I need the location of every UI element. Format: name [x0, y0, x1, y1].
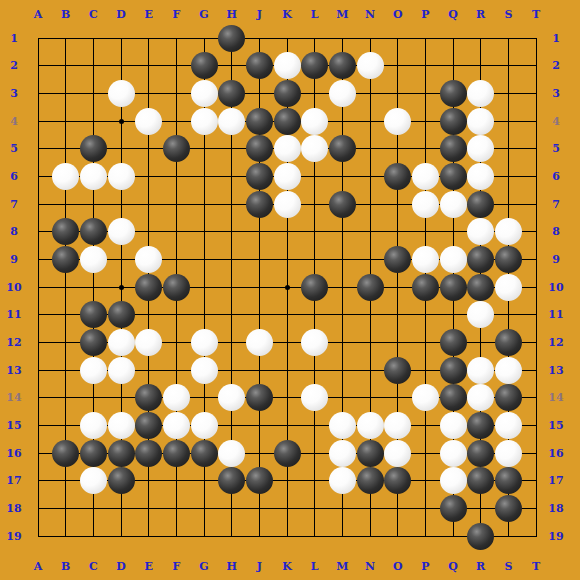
cell-S3[interactable]	[495, 80, 523, 108]
cell-T17[interactable]	[522, 467, 550, 495]
cell-K14[interactable]	[273, 384, 301, 412]
cell-F5[interactable]	[163, 135, 191, 163]
cell-A10[interactable]	[24, 273, 52, 301]
cell-M9[interactable]	[329, 246, 357, 274]
cell-M4[interactable]	[329, 107, 357, 135]
cell-P17[interactable]	[412, 467, 440, 495]
cell-L14[interactable]	[301, 384, 329, 412]
cell-D10[interactable]	[107, 273, 135, 301]
cell-J11[interactable]	[246, 301, 274, 329]
cell-M12[interactable]	[329, 329, 357, 357]
cell-G13[interactable]	[190, 356, 218, 384]
cell-J13[interactable]	[246, 356, 274, 384]
cell-K11[interactable]	[273, 301, 301, 329]
cell-N1[interactable]	[356, 24, 384, 52]
cell-K19[interactable]	[273, 522, 301, 550]
cell-D9[interactable]	[107, 246, 135, 274]
cell-A11[interactable]	[24, 301, 52, 329]
cell-L2[interactable]	[301, 52, 329, 80]
cell-F9[interactable]	[163, 246, 191, 274]
cell-E13[interactable]	[135, 356, 163, 384]
cell-A18[interactable]	[24, 495, 52, 523]
cell-S15[interactable]	[495, 412, 523, 440]
cell-Q13[interactable]	[439, 356, 467, 384]
cell-R12[interactable]	[467, 329, 495, 357]
cell-C15[interactable]	[80, 412, 108, 440]
cell-L12[interactable]	[301, 329, 329, 357]
cell-J6[interactable]	[246, 163, 274, 191]
cell-J4[interactable]	[246, 107, 274, 135]
cell-R13[interactable]	[467, 356, 495, 384]
cell-T8[interactable]	[522, 218, 550, 246]
cell-D7[interactable]	[107, 190, 135, 218]
cell-G6[interactable]	[190, 163, 218, 191]
cell-O16[interactable]	[384, 439, 412, 467]
cell-Q19[interactable]	[439, 522, 467, 550]
cell-G8[interactable]	[190, 218, 218, 246]
cell-G9[interactable]	[190, 246, 218, 274]
cell-K8[interactable]	[273, 218, 301, 246]
cell-A6[interactable]	[24, 163, 52, 191]
cell-L15[interactable]	[301, 412, 329, 440]
cell-G17[interactable]	[190, 467, 218, 495]
cell-N17[interactable]	[356, 467, 384, 495]
cell-E12[interactable]	[135, 329, 163, 357]
cell-A4[interactable]	[24, 107, 52, 135]
cell-B6[interactable]	[52, 163, 80, 191]
cell-T1[interactable]	[522, 24, 550, 52]
cell-E17[interactable]	[135, 467, 163, 495]
cell-M17[interactable]	[329, 467, 357, 495]
cell-D17[interactable]	[107, 467, 135, 495]
cell-M11[interactable]	[329, 301, 357, 329]
cell-D16[interactable]	[107, 439, 135, 467]
cell-G12[interactable]	[190, 329, 218, 357]
cell-M3[interactable]	[329, 80, 357, 108]
cell-N7[interactable]	[356, 190, 384, 218]
cell-M18[interactable]	[329, 495, 357, 523]
cell-O11[interactable]	[384, 301, 412, 329]
cell-E9[interactable]	[135, 246, 163, 274]
cell-A17[interactable]	[24, 467, 52, 495]
cell-S6[interactable]	[495, 163, 523, 191]
cell-N5[interactable]	[356, 135, 384, 163]
cell-Q9[interactable]	[439, 246, 467, 274]
cell-M13[interactable]	[329, 356, 357, 384]
cell-M8[interactable]	[329, 218, 357, 246]
cell-P2[interactable]	[412, 52, 440, 80]
cell-C2[interactable]	[80, 52, 108, 80]
cell-F1[interactable]	[163, 24, 191, 52]
cell-C6[interactable]	[80, 163, 108, 191]
cell-E15[interactable]	[135, 412, 163, 440]
cell-G3[interactable]	[190, 80, 218, 108]
cell-S9[interactable]	[495, 246, 523, 274]
cell-A5[interactable]	[24, 135, 52, 163]
cell-T4[interactable]	[522, 107, 550, 135]
cell-L4[interactable]	[301, 107, 329, 135]
cell-M19[interactable]	[329, 522, 357, 550]
cell-N14[interactable]	[356, 384, 384, 412]
cell-L8[interactable]	[301, 218, 329, 246]
cell-M2[interactable]	[329, 52, 357, 80]
cell-S7[interactable]	[495, 190, 523, 218]
cell-F10[interactable]	[163, 273, 191, 301]
cell-Q14[interactable]	[439, 384, 467, 412]
cell-N19[interactable]	[356, 522, 384, 550]
cell-F7[interactable]	[163, 190, 191, 218]
cell-J9[interactable]	[246, 246, 274, 274]
cell-Q11[interactable]	[439, 301, 467, 329]
cell-F13[interactable]	[163, 356, 191, 384]
cell-N13[interactable]	[356, 356, 384, 384]
cell-L5[interactable]	[301, 135, 329, 163]
cell-R10[interactable]	[467, 273, 495, 301]
cell-K5[interactable]	[273, 135, 301, 163]
cell-A9[interactable]	[24, 246, 52, 274]
cell-P1[interactable]	[412, 24, 440, 52]
cell-H3[interactable]	[218, 80, 246, 108]
cell-G7[interactable]	[190, 190, 218, 218]
cell-N11[interactable]	[356, 301, 384, 329]
cell-B10[interactable]	[52, 273, 80, 301]
cell-C19[interactable]	[80, 522, 108, 550]
cell-R2[interactable]	[467, 52, 495, 80]
cell-R5[interactable]	[467, 135, 495, 163]
cell-P11[interactable]	[412, 301, 440, 329]
cell-H6[interactable]	[218, 163, 246, 191]
cell-E1[interactable]	[135, 24, 163, 52]
cell-O18[interactable]	[384, 495, 412, 523]
cell-N10[interactable]	[356, 273, 384, 301]
cell-D4[interactable]	[107, 107, 135, 135]
cell-C5[interactable]	[80, 135, 108, 163]
cell-G11[interactable]	[190, 301, 218, 329]
cell-T10[interactable]	[522, 273, 550, 301]
cell-B1[interactable]	[52, 24, 80, 52]
cell-J3[interactable]	[246, 80, 274, 108]
cell-B7[interactable]	[52, 190, 80, 218]
cell-N12[interactable]	[356, 329, 384, 357]
cell-F8[interactable]	[163, 218, 191, 246]
cell-L18[interactable]	[301, 495, 329, 523]
cell-B5[interactable]	[52, 135, 80, 163]
cell-Q17[interactable]	[439, 467, 467, 495]
cell-C3[interactable]	[80, 80, 108, 108]
cell-K18[interactable]	[273, 495, 301, 523]
cell-N4[interactable]	[356, 107, 384, 135]
cell-Q10[interactable]	[439, 273, 467, 301]
cell-L7[interactable]	[301, 190, 329, 218]
cell-T11[interactable]	[522, 301, 550, 329]
cell-O13[interactable]	[384, 356, 412, 384]
cell-B14[interactable]	[52, 384, 80, 412]
cell-J7[interactable]	[246, 190, 274, 218]
cell-Q3[interactable]	[439, 80, 467, 108]
cell-L11[interactable]	[301, 301, 329, 329]
cell-N16[interactable]	[356, 439, 384, 467]
cell-T7[interactable]	[522, 190, 550, 218]
cell-Q6[interactable]	[439, 163, 467, 191]
cell-S16[interactable]	[495, 439, 523, 467]
cell-J10[interactable]	[246, 273, 274, 301]
cell-S11[interactable]	[495, 301, 523, 329]
cell-T14[interactable]	[522, 384, 550, 412]
cell-G16[interactable]	[190, 439, 218, 467]
cell-M1[interactable]	[329, 24, 357, 52]
cell-O17[interactable]	[384, 467, 412, 495]
cell-O4[interactable]	[384, 107, 412, 135]
cell-A13[interactable]	[24, 356, 52, 384]
cell-E3[interactable]	[135, 80, 163, 108]
cell-R9[interactable]	[467, 246, 495, 274]
cell-K4[interactable]	[273, 107, 301, 135]
cell-A14[interactable]	[24, 384, 52, 412]
cell-T9[interactable]	[522, 246, 550, 274]
cell-T15[interactable]	[522, 412, 550, 440]
cell-O14[interactable]	[384, 384, 412, 412]
cell-Q1[interactable]	[439, 24, 467, 52]
cell-B16[interactable]	[52, 439, 80, 467]
cell-Q16[interactable]	[439, 439, 467, 467]
cell-F14[interactable]	[163, 384, 191, 412]
cell-T5[interactable]	[522, 135, 550, 163]
cell-S13[interactable]	[495, 356, 523, 384]
cell-N18[interactable]	[356, 495, 384, 523]
cell-P12[interactable]	[412, 329, 440, 357]
cell-G18[interactable]	[190, 495, 218, 523]
cell-O9[interactable]	[384, 246, 412, 274]
cell-J18[interactable]	[246, 495, 274, 523]
cell-F18[interactable]	[163, 495, 191, 523]
cell-A2[interactable]	[24, 52, 52, 80]
cell-E19[interactable]	[135, 522, 163, 550]
cell-Q7[interactable]	[439, 190, 467, 218]
cell-F3[interactable]	[163, 80, 191, 108]
cell-C13[interactable]	[80, 356, 108, 384]
cell-Q18[interactable]	[439, 495, 467, 523]
cell-S1[interactable]	[495, 24, 523, 52]
cell-H2[interactable]	[218, 52, 246, 80]
cell-H14[interactable]	[218, 384, 246, 412]
cell-R4[interactable]	[467, 107, 495, 135]
cell-N9[interactable]	[356, 246, 384, 274]
cell-P15[interactable]	[412, 412, 440, 440]
cell-F12[interactable]	[163, 329, 191, 357]
cell-T19[interactable]	[522, 522, 550, 550]
cell-K1[interactable]	[273, 24, 301, 52]
cell-S18[interactable]	[495, 495, 523, 523]
cell-F11[interactable]	[163, 301, 191, 329]
cell-K17[interactable]	[273, 467, 301, 495]
cell-L1[interactable]	[301, 24, 329, 52]
cell-O6[interactable]	[384, 163, 412, 191]
cell-E16[interactable]	[135, 439, 163, 467]
cell-M14[interactable]	[329, 384, 357, 412]
cell-F19[interactable]	[163, 522, 191, 550]
cell-B4[interactable]	[52, 107, 80, 135]
cell-J2[interactable]	[246, 52, 274, 80]
cell-J1[interactable]	[246, 24, 274, 52]
cell-A19[interactable]	[24, 522, 52, 550]
cell-H8[interactable]	[218, 218, 246, 246]
cell-O7[interactable]	[384, 190, 412, 218]
cell-M10[interactable]	[329, 273, 357, 301]
cell-K6[interactable]	[273, 163, 301, 191]
cell-S10[interactable]	[495, 273, 523, 301]
cell-P9[interactable]	[412, 246, 440, 274]
cell-L9[interactable]	[301, 246, 329, 274]
cell-J19[interactable]	[246, 522, 274, 550]
cell-R7[interactable]	[467, 190, 495, 218]
cell-K13[interactable]	[273, 356, 301, 384]
cell-M6[interactable]	[329, 163, 357, 191]
cell-G4[interactable]	[190, 107, 218, 135]
cell-J14[interactable]	[246, 384, 274, 412]
cell-S2[interactable]	[495, 52, 523, 80]
cell-R19[interactable]	[467, 522, 495, 550]
cell-D8[interactable]	[107, 218, 135, 246]
cell-C7[interactable]	[80, 190, 108, 218]
cell-D18[interactable]	[107, 495, 135, 523]
cell-H11[interactable]	[218, 301, 246, 329]
cell-C12[interactable]	[80, 329, 108, 357]
cell-J12[interactable]	[246, 329, 274, 357]
cell-N3[interactable]	[356, 80, 384, 108]
cell-L6[interactable]	[301, 163, 329, 191]
cell-E6[interactable]	[135, 163, 163, 191]
cell-T2[interactable]	[522, 52, 550, 80]
cell-K10[interactable]	[273, 273, 301, 301]
cell-R3[interactable]	[467, 80, 495, 108]
cell-E7[interactable]	[135, 190, 163, 218]
cell-L3[interactable]	[301, 80, 329, 108]
cell-S4[interactable]	[495, 107, 523, 135]
cell-D13[interactable]	[107, 356, 135, 384]
cell-O8[interactable]	[384, 218, 412, 246]
cell-Q4[interactable]	[439, 107, 467, 135]
cell-O10[interactable]	[384, 273, 412, 301]
cell-J8[interactable]	[246, 218, 274, 246]
cell-K9[interactable]	[273, 246, 301, 274]
cell-A15[interactable]	[24, 412, 52, 440]
cell-F4[interactable]	[163, 107, 191, 135]
cell-O12[interactable]	[384, 329, 412, 357]
cell-E18[interactable]	[135, 495, 163, 523]
cell-O19[interactable]	[384, 522, 412, 550]
cell-L17[interactable]	[301, 467, 329, 495]
cell-J5[interactable]	[246, 135, 274, 163]
cell-E14[interactable]	[135, 384, 163, 412]
cell-P4[interactable]	[412, 107, 440, 135]
cell-E8[interactable]	[135, 218, 163, 246]
cell-L13[interactable]	[301, 356, 329, 384]
cell-T12[interactable]	[522, 329, 550, 357]
cell-Q12[interactable]	[439, 329, 467, 357]
cell-C1[interactable]	[80, 24, 108, 52]
cell-P6[interactable]	[412, 163, 440, 191]
cell-P10[interactable]	[412, 273, 440, 301]
cell-E11[interactable]	[135, 301, 163, 329]
cell-P18[interactable]	[412, 495, 440, 523]
cell-A7[interactable]	[24, 190, 52, 218]
cell-P3[interactable]	[412, 80, 440, 108]
cell-B2[interactable]	[52, 52, 80, 80]
cell-M5[interactable]	[329, 135, 357, 163]
cell-F16[interactable]	[163, 439, 191, 467]
cell-H9[interactable]	[218, 246, 246, 274]
cell-H16[interactable]	[218, 439, 246, 467]
cell-H15[interactable]	[218, 412, 246, 440]
cell-R16[interactable]	[467, 439, 495, 467]
cell-G2[interactable]	[190, 52, 218, 80]
cell-M15[interactable]	[329, 412, 357, 440]
cell-B11[interactable]	[52, 301, 80, 329]
cell-A16[interactable]	[24, 439, 52, 467]
cell-F6[interactable]	[163, 163, 191, 191]
cell-S19[interactable]	[495, 522, 523, 550]
cell-B9[interactable]	[52, 246, 80, 274]
cell-S5[interactable]	[495, 135, 523, 163]
cell-H19[interactable]	[218, 522, 246, 550]
cell-E2[interactable]	[135, 52, 163, 80]
cell-R18[interactable]	[467, 495, 495, 523]
cell-B8[interactable]	[52, 218, 80, 246]
cell-B17[interactable]	[52, 467, 80, 495]
cell-H17[interactable]	[218, 467, 246, 495]
cell-T18[interactable]	[522, 495, 550, 523]
cell-H18[interactable]	[218, 495, 246, 523]
cell-C11[interactable]	[80, 301, 108, 329]
cell-P8[interactable]	[412, 218, 440, 246]
cell-F15[interactable]	[163, 412, 191, 440]
cell-P5[interactable]	[412, 135, 440, 163]
cell-P13[interactable]	[412, 356, 440, 384]
cell-A1[interactable]	[24, 24, 52, 52]
cell-A12[interactable]	[24, 329, 52, 357]
cell-C10[interactable]	[80, 273, 108, 301]
cell-B19[interactable]	[52, 522, 80, 550]
cell-H5[interactable]	[218, 135, 246, 163]
cell-K16[interactable]	[273, 439, 301, 467]
cell-M16[interactable]	[329, 439, 357, 467]
cell-M7[interactable]	[329, 190, 357, 218]
cell-L19[interactable]	[301, 522, 329, 550]
cell-G19[interactable]	[190, 522, 218, 550]
cell-B18[interactable]	[52, 495, 80, 523]
cell-R8[interactable]	[467, 218, 495, 246]
cell-G5[interactable]	[190, 135, 218, 163]
cell-H13[interactable]	[218, 356, 246, 384]
cell-O1[interactable]	[384, 24, 412, 52]
cell-H4[interactable]	[218, 107, 246, 135]
cell-R15[interactable]	[467, 412, 495, 440]
cell-L16[interactable]	[301, 439, 329, 467]
cell-D5[interactable]	[107, 135, 135, 163]
cell-D3[interactable]	[107, 80, 135, 108]
cell-Q15[interactable]	[439, 412, 467, 440]
cell-J15[interactable]	[246, 412, 274, 440]
cell-N6[interactable]	[356, 163, 384, 191]
cell-P16[interactable]	[412, 439, 440, 467]
cell-Q5[interactable]	[439, 135, 467, 163]
cell-G10[interactable]	[190, 273, 218, 301]
cell-O15[interactable]	[384, 412, 412, 440]
cell-C17[interactable]	[80, 467, 108, 495]
cell-B13[interactable]	[52, 356, 80, 384]
cell-N8[interactable]	[356, 218, 384, 246]
cell-S17[interactable]	[495, 467, 523, 495]
